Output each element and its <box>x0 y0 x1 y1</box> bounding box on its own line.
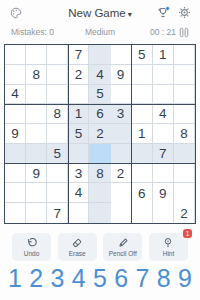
cell-r7c7[interactable] <box>132 164 153 184</box>
erase-button[interactable]: Erase <box>58 233 97 261</box>
cell-r7c1[interactable] <box>5 164 26 184</box>
pause-icon[interactable] <box>179 27 189 38</box>
hint-button[interactable]: 1 Hint <box>149 233 188 261</box>
cell-r9c8[interactable] <box>153 203 174 223</box>
timer: 00 : 21 <box>150 27 176 37</box>
cell-r8c5[interactable] <box>89 183 110 203</box>
cell-r5c9[interactable]: 8 <box>174 124 195 144</box>
cell-r2c4[interactable]: 2 <box>68 65 89 85</box>
cell-r7c8[interactable] <box>153 164 174 184</box>
number-pad: 123456789 <box>0 263 200 293</box>
cell-r9c4[interactable] <box>68 203 89 223</box>
undo-button[interactable]: Undo <box>12 233 51 261</box>
cell-r1c3[interactable] <box>47 45 68 65</box>
cell-r3c6[interactable] <box>111 85 132 105</box>
cell-r6c4[interactable] <box>68 144 89 164</box>
cell-r2c7[interactable] <box>132 65 153 85</box>
cell-r5c2[interactable] <box>26 124 47 144</box>
cell-r4c2[interactable] <box>26 104 47 124</box>
cell-r1c4[interactable]: 7 <box>68 45 89 65</box>
cell-r4c6[interactable]: 3 <box>111 104 132 124</box>
cell-r9c1[interactable] <box>5 203 26 223</box>
cell-r7c3[interactable] <box>47 164 68 184</box>
cell-r3c3[interactable] <box>47 85 68 105</box>
box-divider <box>131 45 133 223</box>
page-title: New Game <box>68 7 126 19</box>
mistakes-counter: Mistakes: 0 <box>11 27 70 37</box>
pencil-button[interactable]: Pencil Off <box>103 233 142 261</box>
cell-r1c1[interactable] <box>5 45 26 65</box>
palette-icon[interactable] <box>9 6 23 20</box>
cell-r3c8[interactable] <box>153 85 174 105</box>
chevron-down-icon: ▾ <box>128 10 132 19</box>
cell-r8c6[interactable] <box>111 183 132 203</box>
cell-r4c1[interactable] <box>5 104 26 124</box>
cell-r8c4[interactable]: 4 <box>68 183 89 203</box>
cell-r6c6[interactable] <box>111 144 132 164</box>
hint-badge: 1 <box>183 229 192 238</box>
cell-r3c5[interactable]: 5 <box>89 85 110 105</box>
numpad-5[interactable]: 5 <box>90 263 110 293</box>
cell-r6c7[interactable] <box>132 144 153 164</box>
cell-r3c9[interactable] <box>174 85 195 105</box>
lightbulb-icon <box>162 237 174 249</box>
difficulty-label: Medium <box>70 27 129 37</box>
cell-r7c9[interactable] <box>174 164 195 184</box>
cell-r6c1[interactable] <box>5 144 26 164</box>
cell-r8c9[interactable] <box>174 183 195 203</box>
numpad-4[interactable]: 4 <box>69 263 89 293</box>
cell-r2c6[interactable]: 9 <box>111 65 132 85</box>
cell-r6c2[interactable] <box>26 144 47 164</box>
cell-r1c2[interactable] <box>26 45 47 65</box>
cell-r5c4[interactable]: 5 <box>68 124 89 144</box>
cell-r7c4[interactable]: 3 <box>68 164 89 184</box>
numpad-3[interactable]: 3 <box>48 263 68 293</box>
cell-r6c3[interactable]: 5 <box>47 144 68 164</box>
cell-r9c7[interactable] <box>132 203 153 223</box>
trophy-icon[interactable] <box>156 6 171 20</box>
cell-r1c8[interactable]: 1 <box>153 45 174 65</box>
cell-r3c4[interactable] <box>68 85 89 105</box>
cell-r1c7[interactable]: 5 <box>132 45 153 65</box>
eraser-icon <box>71 237 83 249</box>
pencil-icon <box>117 237 129 249</box>
undo-label: Undo <box>24 250 40 257</box>
numpad-9[interactable]: 9 <box>175 263 195 293</box>
gear-icon[interactable] <box>178 6 191 19</box>
toolbar: Undo Erase Pencil Off 1 Hint <box>0 233 200 261</box>
cell-r1c5[interactable] <box>89 45 110 65</box>
cell-r4c5[interactable]: 6 <box>89 104 110 124</box>
cell-r2c2[interactable]: 8 <box>26 65 47 85</box>
cell-r9c3[interactable]: 7 <box>47 203 68 223</box>
cell-r9c9[interactable]: 2 <box>174 203 195 223</box>
cell-r6c5[interactable] <box>89 144 110 164</box>
cell-r2c9[interactable] <box>174 65 195 85</box>
cell-r8c7[interactable]: 6 <box>132 183 153 203</box>
cell-r5c5[interactable]: 2 <box>89 124 110 144</box>
erase-label: Erase <box>69 250 86 257</box>
cell-r8c8[interactable]: 9 <box>153 183 174 203</box>
cell-r6c9[interactable] <box>174 144 195 164</box>
notification-dot <box>166 6 170 10</box>
numpad-6[interactable]: 6 <box>111 263 131 293</box>
box-divider <box>5 163 195 165</box>
cell-r8c3[interactable] <box>47 183 68 203</box>
numpad-8[interactable]: 8 <box>154 263 174 293</box>
cell-r5c8[interactable] <box>153 124 174 144</box>
cell-r3c7[interactable] <box>132 85 153 105</box>
pencil-label: Pencil Off <box>109 250 137 257</box>
cell-r4c3[interactable]: 8 <box>47 104 68 124</box>
cell-r7c5[interactable]: 8 <box>89 164 110 184</box>
undo-icon <box>26 237 38 249</box>
cell-r6c8[interactable]: 7 <box>153 144 174 164</box>
cell-r3c1[interactable]: 4 <box>5 85 26 105</box>
numpad-1[interactable]: 1 <box>5 263 25 293</box>
cell-r2c3[interactable] <box>47 65 68 85</box>
cell-r9c5[interactable] <box>89 203 110 223</box>
box-divider <box>68 45 70 223</box>
cell-r5c7[interactable]: 1 <box>132 124 153 144</box>
numpad-2[interactable]: 2 <box>26 263 46 293</box>
cell-r1c9[interactable] <box>174 45 195 65</box>
cell-r4c4[interactable]: 1 <box>68 104 89 124</box>
cell-r2c8[interactable] <box>153 65 174 85</box>
cell-r5c3[interactable] <box>47 124 68 144</box>
cell-r2c5[interactable]: 4 <box>89 65 110 85</box>
cell-r5c1[interactable]: 9 <box>5 124 26 144</box>
cell-r9c6[interactable] <box>111 203 132 223</box>
sudoku-board: 751824945816349521857938246972 <box>4 44 196 224</box>
cell-r7c2[interactable]: 9 <box>26 164 47 184</box>
new-game-dropdown[interactable]: New Game▾ <box>49 7 151 19</box>
numpad-7[interactable]: 7 <box>133 263 153 293</box>
cell-r1c6[interactable] <box>111 45 132 65</box>
cell-r4c8[interactable]: 4 <box>153 104 174 124</box>
header: New Game▾ <box>0 0 200 22</box>
cell-r2c1[interactable] <box>5 65 26 85</box>
box-divider <box>5 104 195 106</box>
cell-r8c2[interactable] <box>26 183 47 203</box>
cell-r9c2[interactable] <box>26 203 47 223</box>
cell-r8c1[interactable] <box>5 183 26 203</box>
cell-r5c6[interactable] <box>111 124 132 144</box>
status-bar: Mistakes: 0 Medium 00 : 21 <box>0 24 200 40</box>
cell-r4c9[interactable] <box>174 104 195 124</box>
hint-label: Hint <box>163 250 175 257</box>
cell-r4c7[interactable] <box>132 104 153 124</box>
cell-r3c2[interactable] <box>26 85 47 105</box>
cell-r7c6[interactable]: 2 <box>111 164 132 184</box>
